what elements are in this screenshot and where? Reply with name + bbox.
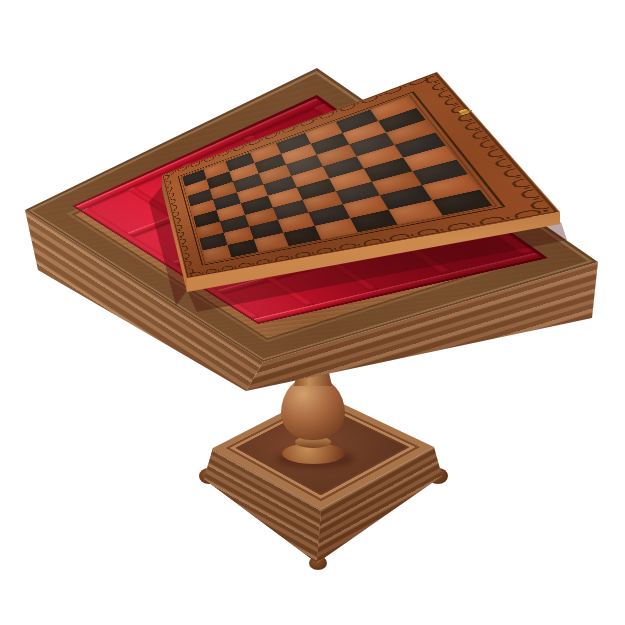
chess-table-photo bbox=[0, 0, 625, 625]
brass-screw-icon bbox=[467, 110, 473, 113]
